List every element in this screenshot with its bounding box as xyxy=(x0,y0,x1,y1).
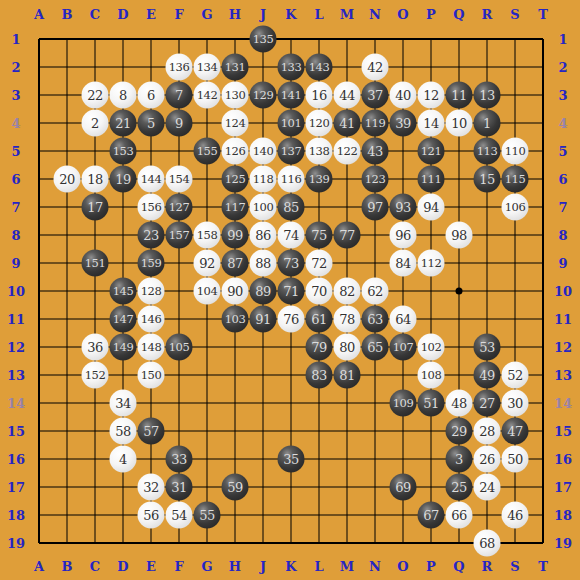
move-number: 138 xyxy=(309,145,329,157)
stone-L8[interactable]: 75 xyxy=(306,222,333,249)
col-label-top-O: O xyxy=(397,7,408,22)
stone-R19[interactable]: 68 xyxy=(474,530,501,557)
stone-F6[interactable]: 154 xyxy=(166,166,193,193)
move-number: 2 xyxy=(91,117,99,130)
stone-K6[interactable]: 116 xyxy=(278,166,305,193)
move-number: 18 xyxy=(87,173,103,186)
stone-E15[interactable]: 57 xyxy=(138,418,165,445)
stone-M10[interactable]: 82 xyxy=(334,278,361,305)
stone-K9[interactable]: 73 xyxy=(278,250,305,277)
row-label-left-5: 5 xyxy=(11,144,20,159)
col-label-top-B: B xyxy=(62,7,73,22)
stone-Q15[interactable]: 29 xyxy=(446,418,473,445)
stone-K2[interactable]: 133 xyxy=(278,54,305,81)
stone-Q16[interactable]: 3 xyxy=(446,446,473,473)
move-number: 96 xyxy=(395,229,411,242)
col-label-bottom-C: C xyxy=(90,559,100,574)
stone-O17[interactable]: 69 xyxy=(390,474,417,501)
stone-G9[interactable]: 92 xyxy=(194,250,221,277)
move-number: 31 xyxy=(171,481,187,494)
move-number: 12 xyxy=(423,89,439,102)
stone-D3[interactable]: 8 xyxy=(110,82,137,109)
stone-F12[interactable]: 105 xyxy=(166,334,193,361)
stone-G18[interactable]: 55 xyxy=(194,502,221,529)
move-number: 77 xyxy=(339,229,355,242)
move-number: 151 xyxy=(85,257,105,269)
stone-M3[interactable]: 44 xyxy=(334,82,361,109)
move-number: 19 xyxy=(115,173,131,186)
move-number: 152 xyxy=(85,369,105,381)
move-number: 67 xyxy=(423,509,439,522)
row-label-left-16: 16 xyxy=(7,452,25,467)
stone-L6[interactable]: 139 xyxy=(306,166,333,193)
stone-O11[interactable]: 64 xyxy=(390,306,417,333)
move-number: 159 xyxy=(141,257,161,269)
move-number: 157 xyxy=(169,229,189,241)
stone-Q17[interactable]: 25 xyxy=(446,474,473,501)
move-number: 64 xyxy=(395,313,411,326)
col-label-bottom-O: O xyxy=(397,559,408,574)
stone-Q14[interactable]: 48 xyxy=(446,390,473,417)
col-label-bottom-F: F xyxy=(174,559,183,574)
stone-H2[interactable]: 131 xyxy=(222,54,249,81)
stone-E7[interactable]: 156 xyxy=(138,194,165,221)
stone-J9[interactable]: 88 xyxy=(250,250,277,277)
stone-R17[interactable]: 24 xyxy=(474,474,501,501)
stone-P14[interactable]: 51 xyxy=(418,390,445,417)
stone-K4[interactable]: 101 xyxy=(278,110,305,137)
move-number: 142 xyxy=(197,89,217,101)
stone-C13[interactable]: 152 xyxy=(82,362,109,389)
stone-Q18[interactable]: 66 xyxy=(446,502,473,529)
stone-H9[interactable]: 87 xyxy=(222,250,249,277)
move-number: 86 xyxy=(255,229,271,242)
stone-L9[interactable]: 72 xyxy=(306,250,333,277)
col-label-top-K: K xyxy=(285,7,296,22)
move-number: 48 xyxy=(451,397,467,410)
stone-R13[interactable]: 49 xyxy=(474,362,501,389)
move-number: 78 xyxy=(339,313,355,326)
stone-M5[interactable]: 122 xyxy=(334,138,361,165)
move-number: 115 xyxy=(505,173,525,185)
stone-K5[interactable]: 137 xyxy=(278,138,305,165)
stone-E10[interactable]: 128 xyxy=(138,278,165,305)
row-label-left-8: 8 xyxy=(11,228,20,243)
stone-C6[interactable]: 18 xyxy=(82,166,109,193)
col-label-bottom-T: T xyxy=(538,559,548,574)
go-board[interactable]: AABBCCDDEEFFGGHHJJKKLLMMNNOOPPQQRRSSTT11… xyxy=(0,0,580,580)
stone-E18[interactable]: 56 xyxy=(138,502,165,529)
stone-R12[interactable]: 53 xyxy=(474,334,501,361)
col-label-bottom-K: K xyxy=(285,559,296,574)
move-number: 51 xyxy=(423,397,439,410)
move-number: 84 xyxy=(395,257,411,270)
stone-G2[interactable]: 134 xyxy=(194,54,221,81)
row-label-right-17: 17 xyxy=(554,480,572,495)
col-label-top-N: N xyxy=(369,7,381,22)
col-label-bottom-B: B xyxy=(62,559,73,574)
stone-M13[interactable]: 81 xyxy=(334,362,361,389)
stone-R14[interactable]: 27 xyxy=(474,390,501,417)
stone-M12[interactable]: 80 xyxy=(334,334,361,361)
star-point xyxy=(456,288,463,295)
move-number: 134 xyxy=(197,61,217,73)
row-label-right-7: 7 xyxy=(558,200,567,215)
stone-L4[interactable]: 120 xyxy=(306,110,333,137)
move-number: 33 xyxy=(171,453,187,466)
stone-C3[interactable]: 22 xyxy=(82,82,109,109)
stone-H11[interactable]: 103 xyxy=(222,306,249,333)
move-number: 55 xyxy=(199,509,215,522)
stone-S15[interactable]: 47 xyxy=(502,418,529,445)
move-number: 139 xyxy=(309,173,329,185)
move-number: 94 xyxy=(423,201,439,214)
move-number: 66 xyxy=(451,509,467,522)
move-number: 37 xyxy=(367,89,383,102)
move-number: 54 xyxy=(171,509,187,522)
stone-D6[interactable]: 19 xyxy=(110,166,137,193)
row-label-left-11: 11 xyxy=(7,312,25,327)
move-number: 25 xyxy=(451,481,467,494)
move-number: 130 xyxy=(225,89,245,101)
row-label-left-7: 7 xyxy=(11,200,20,215)
move-number: 10 xyxy=(451,117,467,130)
move-number: 92 xyxy=(199,257,215,270)
stone-F2[interactable]: 136 xyxy=(166,54,193,81)
stone-M11[interactable]: 78 xyxy=(334,306,361,333)
stone-L2[interactable]: 143 xyxy=(306,54,333,81)
row-label-left-15: 15 xyxy=(7,424,25,439)
row-label-left-3: 3 xyxy=(11,88,20,103)
move-number: 113 xyxy=(477,145,497,157)
row-label-right-14: 14 xyxy=(554,396,572,411)
row-label-right-10: 10 xyxy=(554,284,572,299)
stone-E12[interactable]: 148 xyxy=(138,334,165,361)
stone-P9[interactable]: 112 xyxy=(418,250,445,277)
move-number: 129 xyxy=(253,89,273,101)
move-number: 126 xyxy=(225,145,245,157)
move-number: 91 xyxy=(255,313,271,326)
stone-H6[interactable]: 125 xyxy=(222,166,249,193)
stone-G10[interactable]: 104 xyxy=(194,278,221,305)
stone-N12[interactable]: 65 xyxy=(362,334,389,361)
move-number: 158 xyxy=(197,229,217,241)
stone-C4[interactable]: 2 xyxy=(82,110,109,137)
stone-J10[interactable]: 89 xyxy=(250,278,277,305)
stone-M4[interactable]: 41 xyxy=(334,110,361,137)
stone-P6[interactable]: 111 xyxy=(418,166,445,193)
stone-M8[interactable]: 77 xyxy=(334,222,361,249)
stone-L10[interactable]: 70 xyxy=(306,278,333,305)
move-number: 125 xyxy=(225,173,245,185)
stone-N7[interactable]: 97 xyxy=(362,194,389,221)
move-number: 141 xyxy=(281,89,301,101)
stone-P5[interactable]: 121 xyxy=(418,138,445,165)
stone-F3[interactable]: 7 xyxy=(166,82,193,109)
move-number: 140 xyxy=(253,145,273,157)
stone-D11[interactable]: 147 xyxy=(110,306,137,333)
row-label-right-11: 11 xyxy=(554,312,572,327)
stone-N3[interactable]: 37 xyxy=(362,82,389,109)
stone-H5[interactable]: 126 xyxy=(222,138,249,165)
stone-D10[interactable]: 145 xyxy=(110,278,137,305)
col-label-bottom-A: A xyxy=(34,559,44,574)
move-number: 63 xyxy=(367,313,383,326)
move-number: 155 xyxy=(197,145,217,157)
move-number: 30 xyxy=(507,397,523,410)
stone-O7[interactable]: 93 xyxy=(390,194,417,221)
stone-D4[interactable]: 21 xyxy=(110,110,137,137)
move-number: 144 xyxy=(141,173,161,185)
stone-C9[interactable]: 151 xyxy=(82,250,109,277)
stone-S6[interactable]: 115 xyxy=(502,166,529,193)
move-number: 128 xyxy=(141,285,161,297)
move-number: 53 xyxy=(479,341,495,354)
stone-K3[interactable]: 141 xyxy=(278,82,305,109)
stone-E17[interactable]: 32 xyxy=(138,474,165,501)
stone-R3[interactable]: 13 xyxy=(474,82,501,109)
stone-N6[interactable]: 123 xyxy=(362,166,389,193)
move-number: 46 xyxy=(507,509,523,522)
stone-E4[interactable]: 5 xyxy=(138,110,165,137)
row-label-right-5: 5 xyxy=(558,144,567,159)
stone-F16[interactable]: 33 xyxy=(166,446,193,473)
stone-J7[interactable]: 100 xyxy=(250,194,277,221)
stone-F18[interactable]: 54 xyxy=(166,502,193,529)
stone-O4[interactable]: 39 xyxy=(390,110,417,137)
stone-D16[interactable]: 4 xyxy=(110,446,137,473)
move-number: 109 xyxy=(393,397,413,409)
stone-H4[interactable]: 124 xyxy=(222,110,249,137)
col-label-bottom-H: H xyxy=(229,559,241,574)
stone-C12[interactable]: 36 xyxy=(82,334,109,361)
move-number: 35 xyxy=(283,453,299,466)
stone-L11[interactable]: 61 xyxy=(306,306,333,333)
stone-Q3[interactable]: 11 xyxy=(446,82,473,109)
stone-S7[interactable]: 106 xyxy=(502,194,529,221)
row-label-right-2: 2 xyxy=(558,60,567,75)
stone-Q8[interactable]: 98 xyxy=(446,222,473,249)
stone-P7[interactable]: 94 xyxy=(418,194,445,221)
stone-K16[interactable]: 35 xyxy=(278,446,305,473)
move-number: 16 xyxy=(311,89,327,102)
stone-N5[interactable]: 43 xyxy=(362,138,389,165)
stone-R4[interactable]: 1 xyxy=(474,110,501,137)
move-number: 70 xyxy=(311,285,327,298)
stone-S16[interactable]: 50 xyxy=(502,446,529,473)
move-number: 88 xyxy=(255,257,271,270)
move-number: 34 xyxy=(115,397,131,410)
stone-Q4[interactable]: 10 xyxy=(446,110,473,137)
stone-K7[interactable]: 85 xyxy=(278,194,305,221)
move-number: 22 xyxy=(87,89,103,102)
stone-P12[interactable]: 102 xyxy=(418,334,445,361)
col-label-top-E: E xyxy=(146,7,156,22)
stone-E8[interactable]: 23 xyxy=(138,222,165,249)
stone-E3[interactable]: 6 xyxy=(138,82,165,109)
move-number: 111 xyxy=(421,173,441,185)
row-label-right-15: 15 xyxy=(554,424,572,439)
stone-H3[interactable]: 130 xyxy=(222,82,249,109)
move-number: 118 xyxy=(253,173,273,185)
stone-H8[interactable]: 99 xyxy=(222,222,249,249)
stone-R15[interactable]: 28 xyxy=(474,418,501,445)
row-label-right-19: 19 xyxy=(554,536,572,551)
move-number: 107 xyxy=(393,341,413,353)
move-number: 136 xyxy=(169,61,189,73)
stone-J8[interactable]: 86 xyxy=(250,222,277,249)
stone-D5[interactable]: 153 xyxy=(110,138,137,165)
stone-J6[interactable]: 118 xyxy=(250,166,277,193)
stone-S14[interactable]: 30 xyxy=(502,390,529,417)
stone-P13[interactable]: 108 xyxy=(418,362,445,389)
stone-D12[interactable]: 149 xyxy=(110,334,137,361)
stone-O12[interactable]: 107 xyxy=(390,334,417,361)
stone-P4[interactable]: 14 xyxy=(418,110,445,137)
move-number: 110 xyxy=(505,145,525,157)
col-label-bottom-S: S xyxy=(510,559,519,574)
stone-D15[interactable]: 58 xyxy=(110,418,137,445)
move-number: 146 xyxy=(141,313,161,325)
stone-F7[interactable]: 127 xyxy=(166,194,193,221)
col-label-top-H: H xyxy=(229,7,241,22)
move-number: 143 xyxy=(309,61,329,73)
stone-R16[interactable]: 26 xyxy=(474,446,501,473)
stone-J3[interactable]: 129 xyxy=(250,82,277,109)
stone-C7[interactable]: 17 xyxy=(82,194,109,221)
move-number: 87 xyxy=(227,257,243,270)
stone-E13[interactable]: 150 xyxy=(138,362,165,389)
move-number: 20 xyxy=(59,173,75,186)
stone-P3[interactable]: 12 xyxy=(418,82,445,109)
move-number: 13 xyxy=(479,89,495,102)
move-number: 29 xyxy=(451,425,467,438)
move-number: 42 xyxy=(367,61,383,74)
row-label-left-18: 18 xyxy=(7,508,25,523)
col-label-bottom-Q: Q xyxy=(453,559,464,574)
stone-P18[interactable]: 67 xyxy=(418,502,445,529)
move-number: 50 xyxy=(507,453,523,466)
move-number: 124 xyxy=(225,117,245,129)
move-number: 76 xyxy=(283,313,299,326)
move-number: 7 xyxy=(175,89,183,102)
stone-B6[interactable]: 20 xyxy=(54,166,81,193)
move-number: 85 xyxy=(283,201,299,214)
col-label-bottom-J: J xyxy=(260,559,266,574)
row-label-left-17: 17 xyxy=(7,480,25,495)
move-number: 81 xyxy=(339,369,355,382)
stone-H7[interactable]: 117 xyxy=(222,194,249,221)
move-number: 28 xyxy=(479,425,495,438)
move-number: 5 xyxy=(147,117,155,130)
col-label-top-G: G xyxy=(201,7,212,22)
stone-G5[interactable]: 155 xyxy=(194,138,221,165)
stone-J5[interactable]: 140 xyxy=(250,138,277,165)
stone-K10[interactable]: 71 xyxy=(278,278,305,305)
move-number: 112 xyxy=(421,257,441,269)
stone-N2[interactable]: 42 xyxy=(362,54,389,81)
stone-R5[interactable]: 113 xyxy=(474,138,501,165)
move-number: 26 xyxy=(479,453,495,466)
move-number: 104 xyxy=(197,285,217,297)
stone-D14[interactable]: 34 xyxy=(110,390,137,417)
move-number: 122 xyxy=(337,145,357,157)
stone-O8[interactable]: 96 xyxy=(390,222,417,249)
move-number: 9 xyxy=(175,117,183,130)
move-number: 135 xyxy=(253,33,273,45)
move-number: 15 xyxy=(479,173,495,186)
stone-S18[interactable]: 46 xyxy=(502,502,529,529)
stone-G8[interactable]: 158 xyxy=(194,222,221,249)
move-number: 62 xyxy=(367,285,383,298)
move-number: 123 xyxy=(365,173,385,185)
stone-S5[interactable]: 110 xyxy=(502,138,529,165)
move-number: 101 xyxy=(281,117,301,129)
stone-F17[interactable]: 31 xyxy=(166,474,193,501)
stone-N11[interactable]: 63 xyxy=(362,306,389,333)
move-number: 69 xyxy=(395,481,411,494)
stone-O3[interactable]: 40 xyxy=(390,82,417,109)
stone-J11[interactable]: 91 xyxy=(250,306,277,333)
move-number: 100 xyxy=(253,201,273,213)
stone-K11[interactable]: 76 xyxy=(278,306,305,333)
stone-N10[interactable]: 62 xyxy=(362,278,389,305)
stone-N4[interactable]: 119 xyxy=(362,110,389,137)
stone-F8[interactable]: 157 xyxy=(166,222,193,249)
stone-K8[interactable]: 74 xyxy=(278,222,305,249)
stone-L3[interactable]: 16 xyxy=(306,82,333,109)
move-number: 3 xyxy=(455,453,463,466)
row-label-left-1: 1 xyxy=(11,32,20,47)
row-label-right-12: 12 xyxy=(554,340,572,355)
stone-E6[interactable]: 144 xyxy=(138,166,165,193)
row-label-left-19: 19 xyxy=(7,536,25,551)
stone-H10[interactable]: 90 xyxy=(222,278,249,305)
stone-S13[interactable]: 52 xyxy=(502,362,529,389)
stone-H17[interactable]: 59 xyxy=(222,474,249,501)
stone-R6[interactable]: 15 xyxy=(474,166,501,193)
stone-E11[interactable]: 146 xyxy=(138,306,165,333)
stone-L12[interactable]: 79 xyxy=(306,334,333,361)
stone-J1[interactable]: 135 xyxy=(250,26,277,53)
move-number: 47 xyxy=(507,425,523,438)
col-label-top-S: S xyxy=(510,7,519,22)
stone-O9[interactable]: 84 xyxy=(390,250,417,277)
move-number: 121 xyxy=(421,145,441,157)
move-number: 103 xyxy=(225,313,245,325)
row-label-right-18: 18 xyxy=(554,508,572,523)
stone-O14[interactable]: 109 xyxy=(390,390,417,417)
col-label-top-Q: Q xyxy=(453,7,464,22)
move-number: 27 xyxy=(479,397,495,410)
row-label-left-12: 12 xyxy=(7,340,25,355)
stone-L5[interactable]: 138 xyxy=(306,138,333,165)
move-number: 79 xyxy=(311,341,327,354)
stone-F4[interactable]: 9 xyxy=(166,110,193,137)
move-number: 68 xyxy=(479,537,495,550)
move-number: 127 xyxy=(169,201,189,213)
move-number: 90 xyxy=(227,285,243,298)
move-number: 83 xyxy=(311,369,327,382)
stone-L13[interactable]: 83 xyxy=(306,362,333,389)
col-label-top-J: J xyxy=(260,7,266,22)
stone-G3[interactable]: 142 xyxy=(194,82,221,109)
col-label-bottom-R: R xyxy=(482,559,493,574)
stone-E9[interactable]: 159 xyxy=(138,250,165,277)
col-label-top-T: T xyxy=(538,7,548,22)
move-number: 74 xyxy=(283,229,299,242)
col-label-bottom-L: L xyxy=(314,559,323,574)
